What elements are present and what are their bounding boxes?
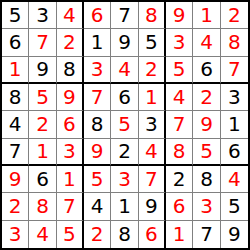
cell-r5c7[interactable]: 7 — [166, 111, 193, 138]
cell-r4c9[interactable]: 3 — [221, 84, 248, 111]
cell-r9c6[interactable]: 6 — [139, 221, 166, 248]
cell-r8c1[interactable]: 2 — [2, 193, 29, 220]
cell-r3c4[interactable]: 3 — [84, 57, 111, 84]
cell-r9c2[interactable]: 4 — [29, 221, 56, 248]
cell-r1c8[interactable]: 1 — [193, 2, 220, 29]
cell-r1c2[interactable]: 3 — [29, 2, 56, 29]
cell-r2c3[interactable]: 2 — [57, 29, 84, 56]
cell-r6c9[interactable]: 6 — [221, 139, 248, 166]
cell-r1c4[interactable]: 6 — [84, 2, 111, 29]
cell-r5c9[interactable]: 1 — [221, 111, 248, 138]
cell-r9c3[interactable]: 5 — [57, 221, 84, 248]
cell-r6c4[interactable]: 9 — [84, 139, 111, 166]
cell-r2c5[interactable]: 9 — [111, 29, 138, 56]
cell-r3c8[interactable]: 6 — [193, 57, 220, 84]
cell-r5c6[interactable]: 3 — [139, 111, 166, 138]
cell-r8c5[interactable]: 1 — [111, 193, 138, 220]
cell-r1c5[interactable]: 7 — [111, 2, 138, 29]
cell-r5c1[interactable]: 4 — [2, 111, 29, 138]
cell-r7c2[interactable]: 6 — [29, 166, 56, 193]
cell-r7c3[interactable]: 1 — [57, 166, 84, 193]
cell-r6c5[interactable]: 2 — [111, 139, 138, 166]
cell-r6c1[interactable]: 7 — [2, 139, 29, 166]
cell-r2c4[interactable]: 1 — [84, 29, 111, 56]
cell-r6c6[interactable]: 4 — [139, 139, 166, 166]
cell-r7c4[interactable]: 5 — [84, 166, 111, 193]
cell-r5c2[interactable]: 2 — [29, 111, 56, 138]
cell-r7c6[interactable]: 7 — [139, 166, 166, 193]
cell-r4c3[interactable]: 9 — [57, 84, 84, 111]
cell-r2c7[interactable]: 3 — [166, 29, 193, 56]
cell-r9c5[interactable]: 8 — [111, 221, 138, 248]
cell-r6c3[interactable]: 3 — [57, 139, 84, 166]
cell-r5c4[interactable]: 8 — [84, 111, 111, 138]
cell-r6c8[interactable]: 5 — [193, 139, 220, 166]
cell-r8c4[interactable]: 4 — [84, 193, 111, 220]
cell-r4c6[interactable]: 1 — [139, 84, 166, 111]
cell-r7c9[interactable]: 4 — [221, 166, 248, 193]
cell-r8c6[interactable]: 9 — [139, 193, 166, 220]
cell-r2c8[interactable]: 4 — [193, 29, 220, 56]
cell-r7c5[interactable]: 3 — [111, 166, 138, 193]
cell-r1c1[interactable]: 5 — [2, 2, 29, 29]
cell-r7c8[interactable]: 8 — [193, 166, 220, 193]
cell-r2c9[interactable]: 8 — [221, 29, 248, 56]
cell-r1c3[interactable]: 4 — [57, 2, 84, 29]
cell-r4c7[interactable]: 4 — [166, 84, 193, 111]
cell-r4c2[interactable]: 5 — [29, 84, 56, 111]
cell-r2c2[interactable]: 7 — [29, 29, 56, 56]
cell-r2c1[interactable]: 6 — [2, 29, 29, 56]
cell-r1c9[interactable]: 2 — [221, 2, 248, 29]
cell-r3c5[interactable]: 4 — [111, 57, 138, 84]
cell-r8c8[interactable]: 3 — [193, 193, 220, 220]
cell-r1c6[interactable]: 8 — [139, 2, 166, 29]
cell-r5c8[interactable]: 9 — [193, 111, 220, 138]
cell-r3c1[interactable]: 1 — [2, 57, 29, 84]
cell-r7c7[interactable]: 2 — [166, 166, 193, 193]
cell-r4c8[interactable]: 2 — [193, 84, 220, 111]
cell-r4c1[interactable]: 8 — [2, 84, 29, 111]
cell-r3c3[interactable]: 8 — [57, 57, 84, 84]
cell-r6c2[interactable]: 1 — [29, 139, 56, 166]
cell-r4c4[interactable]: 7 — [84, 84, 111, 111]
cell-r2c6[interactable]: 5 — [139, 29, 166, 56]
cell-r3c2[interactable]: 9 — [29, 57, 56, 84]
cell-r9c1[interactable]: 3 — [2, 221, 29, 248]
cell-r3c9[interactable]: 7 — [221, 57, 248, 84]
cell-r7c1[interactable]: 9 — [2, 166, 29, 193]
cell-r9c4[interactable]: 2 — [84, 221, 111, 248]
cell-r9c7[interactable]: 1 — [166, 221, 193, 248]
cell-r1c7[interactable]: 9 — [166, 2, 193, 29]
cell-r8c3[interactable]: 7 — [57, 193, 84, 220]
cell-r3c7[interactable]: 5 — [166, 57, 193, 84]
cell-r8c7[interactable]: 6 — [166, 193, 193, 220]
cell-r8c9[interactable]: 5 — [221, 193, 248, 220]
cell-r9c9[interactable]: 9 — [221, 221, 248, 248]
cell-r3c6[interactable]: 2 — [139, 57, 166, 84]
cell-r6c7[interactable]: 8 — [166, 139, 193, 166]
cell-r4c5[interactable]: 6 — [111, 84, 138, 111]
cell-r8c2[interactable]: 8 — [29, 193, 56, 220]
sudoku-board: 5346789126721953481983425678597614234268… — [0, 0, 250, 250]
cell-r5c3[interactable]: 6 — [57, 111, 84, 138]
cell-r5c5[interactable]: 5 — [111, 111, 138, 138]
cell-r9c8[interactable]: 7 — [193, 221, 220, 248]
